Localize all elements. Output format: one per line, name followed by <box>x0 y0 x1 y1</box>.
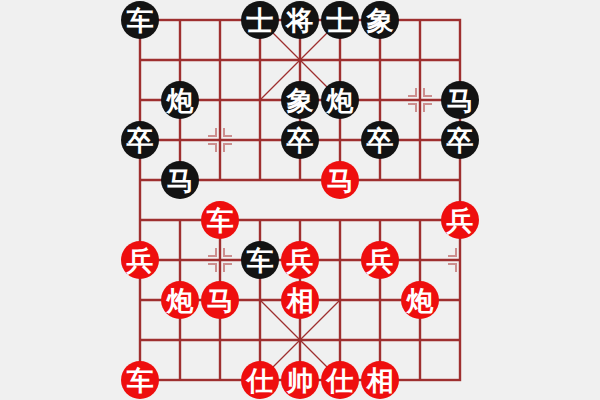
piece-red-chariot[interactable]: 车 <box>121 361 159 399</box>
piece-black-advisor[interactable]: 士 <box>321 1 359 39</box>
piece-red-cannon[interactable]: 炮 <box>161 281 199 319</box>
piece-black-cannon[interactable]: 炮 <box>161 81 199 119</box>
piece-red-soldier[interactable]: 兵 <box>441 201 479 239</box>
piece-red-soldier[interactable]: 兵 <box>281 241 319 279</box>
piece-red-elephant[interactable]: 相 <box>361 361 399 399</box>
piece-red-advisor[interactable]: 仕 <box>321 361 359 399</box>
piece-black-soldier[interactable]: 卒 <box>281 121 319 159</box>
piece-red-soldier[interactable]: 兵 <box>121 241 159 279</box>
piece-black-chariot[interactable]: 车 <box>121 1 159 39</box>
piece-red-advisor[interactable]: 仕 <box>241 361 279 399</box>
piece-black-general[interactable]: 将 <box>281 1 319 39</box>
piece-red-horse[interactable]: 马 <box>201 281 239 319</box>
piece-black-soldier[interactable]: 卒 <box>121 121 159 159</box>
piece-black-horse[interactable]: 马 <box>161 161 199 199</box>
piece-red-cannon[interactable]: 炮 <box>401 281 439 319</box>
piece-black-chariot[interactable]: 车 <box>241 241 279 279</box>
piece-black-soldier[interactable]: 卒 <box>441 121 479 159</box>
piece-black-elephant[interactable]: 象 <box>281 81 319 119</box>
piece-red-elephant[interactable]: 相 <box>281 281 319 319</box>
piece-red-horse[interactable]: 马 <box>321 161 359 199</box>
piece-black-soldier[interactable]: 卒 <box>361 121 399 159</box>
piece-black-cannon[interactable]: 炮 <box>321 81 359 119</box>
piece-red-chariot[interactable]: 车 <box>201 201 239 239</box>
piece-black-advisor[interactable]: 士 <box>241 1 279 39</box>
board-intersections: 车士将士象炮象炮马卒卒卒卒马车马车兵兵兵兵炮马相炮车仕帅仕相 <box>120 0 480 400</box>
piece-red-general[interactable]: 帅 <box>281 361 319 399</box>
xiangqi-board: 车士将士象炮象炮马卒卒卒卒马车马车兵兵兵兵炮马相炮车仕帅仕相 <box>0 0 600 400</box>
piece-black-elephant[interactable]: 象 <box>361 1 399 39</box>
piece-black-horse[interactable]: 马 <box>441 81 479 119</box>
piece-red-soldier[interactable]: 兵 <box>361 241 399 279</box>
